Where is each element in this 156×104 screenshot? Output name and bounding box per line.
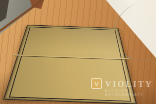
watermark-title: VIOLITY — [105, 79, 153, 89]
violity-logo-icon: V — [91, 78, 102, 89]
photo-scene: V VIOLITY АУКЦІОН АНТИКВАРІАТУ — [0, 0, 156, 104]
watermark-subtitle-2: АНТИКВАРІАТУ — [105, 93, 144, 97]
watermark-row: V VIOLITY — [91, 78, 153, 89]
watermark: V VIOLITY АУКЦІОН АНТИКВАРІАТУ — [91, 78, 153, 97]
